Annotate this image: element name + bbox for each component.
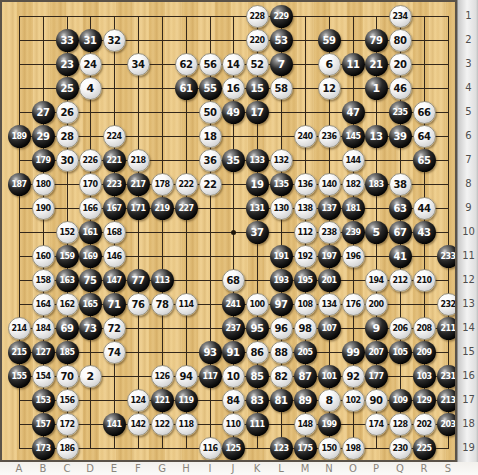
stone-127: 127 — [32, 341, 55, 364]
column-label-E: E — [104, 462, 124, 475]
stone-133: 133 — [246, 149, 269, 172]
column-label-J: J — [223, 462, 243, 475]
row-label-2: 2 — [458, 34, 478, 46]
stone-89: 89 — [294, 389, 317, 412]
stone-102: 102 — [342, 389, 365, 412]
stone-194: 194 — [365, 269, 388, 292]
stone-27: 27 — [32, 101, 55, 124]
stone-31: 31 — [79, 29, 102, 52]
grid-line-horizontal — [19, 16, 449, 17]
stone-24: 24 — [79, 53, 102, 76]
stone-62: 62 — [175, 53, 198, 76]
stone-157: 157 — [32, 413, 55, 436]
stone-145: 145 — [342, 125, 365, 148]
stone-8: 8 — [318, 389, 341, 412]
stone-189: 189 — [8, 125, 31, 148]
stone-49: 49 — [222, 101, 245, 124]
stone-176: 176 — [342, 293, 365, 316]
stone-200: 200 — [365, 293, 388, 316]
stone-66: 66 — [413, 101, 436, 124]
stone-230: 230 — [389, 437, 412, 460]
stone-224: 224 — [103, 125, 126, 148]
stone-174: 174 — [365, 413, 388, 436]
stone-170: 170 — [79, 173, 102, 196]
stone-44: 44 — [413, 197, 436, 220]
stone-96: 96 — [270, 317, 293, 340]
stone-125: 125 — [222, 437, 245, 460]
stone-212: 212 — [389, 269, 412, 292]
stone-190: 190 — [32, 197, 55, 220]
go-game-record: 2282292343331322205359798023243462561452… — [0, 0, 478, 475]
stone-22: 22 — [199, 173, 222, 196]
stone-83: 83 — [246, 389, 269, 412]
stone-235: 235 — [389, 101, 412, 124]
stone-63: 63 — [389, 197, 412, 220]
stone-76: 76 — [127, 293, 150, 316]
hoshi-point — [231, 230, 236, 235]
stone-155: 155 — [8, 365, 31, 388]
stone-68: 68 — [222, 269, 245, 292]
stone-69: 69 — [56, 317, 79, 340]
row-label-1: 1 — [458, 10, 478, 22]
stone-169: 169 — [79, 245, 102, 268]
stone-64: 64 — [413, 125, 436, 148]
stone-218: 218 — [127, 149, 150, 172]
stone-191: 191 — [270, 245, 293, 268]
stone-37: 37 — [246, 221, 269, 244]
stone-184: 184 — [32, 317, 55, 340]
stone-146: 146 — [103, 245, 126, 268]
stone-12: 12 — [318, 77, 341, 100]
stone-2: 2 — [79, 365, 102, 388]
stone-195: 195 — [294, 269, 317, 292]
stone-52: 52 — [246, 53, 269, 76]
column-label-M: M — [295, 462, 315, 475]
stone-14: 14 — [222, 53, 245, 76]
stone-90: 90 — [365, 389, 388, 412]
stone-162: 162 — [56, 293, 79, 316]
stone-192: 192 — [294, 245, 317, 268]
stone-141: 141 — [103, 413, 126, 436]
column-label-O: O — [343, 462, 363, 475]
stone-86: 86 — [246, 341, 269, 364]
stone-131: 131 — [246, 197, 269, 220]
stone-123: 123 — [270, 437, 293, 460]
stone-36: 36 — [199, 149, 222, 172]
stone-4: 4 — [79, 77, 102, 100]
stone-136: 136 — [294, 173, 317, 196]
stone-126: 126 — [151, 365, 174, 388]
stone-153: 153 — [32, 389, 55, 412]
stone-73: 73 — [79, 317, 102, 340]
stone-207: 207 — [365, 341, 388, 364]
stone-221: 221 — [103, 149, 126, 172]
stone-182: 182 — [342, 173, 365, 196]
stone-111: 111 — [246, 413, 269, 436]
stone-187: 187 — [8, 173, 31, 196]
stone-201: 201 — [318, 269, 341, 292]
stone-99: 99 — [342, 341, 365, 364]
stone-215: 215 — [8, 341, 31, 364]
stone-144: 144 — [342, 149, 365, 172]
column-label-L: L — [271, 462, 291, 475]
stone-19: 19 — [246, 173, 269, 196]
stone-177: 177 — [365, 365, 388, 388]
row-label-8: 8 — [458, 178, 478, 190]
stone-210: 210 — [413, 269, 436, 292]
stone-223: 223 — [103, 173, 126, 196]
stone-7: 7 — [270, 53, 293, 76]
row-label-4: 4 — [458, 82, 478, 94]
row-label-3: 3 — [458, 58, 478, 70]
stone-1: 1 — [365, 77, 388, 100]
stone-108: 108 — [294, 293, 317, 316]
stone-160: 160 — [32, 245, 55, 268]
column-label-F: F — [128, 462, 148, 475]
stone-222: 222 — [175, 173, 198, 196]
column-label-B: B — [33, 462, 53, 475]
stone-84: 84 — [222, 389, 245, 412]
stone-41: 41 — [389, 245, 412, 268]
column-label-S: S — [438, 462, 458, 475]
column-label-G: G — [152, 462, 172, 475]
stone-117: 117 — [199, 365, 222, 388]
stone-119: 119 — [175, 389, 198, 412]
stone-87: 87 — [294, 365, 317, 388]
stone-152: 152 — [56, 221, 79, 244]
stone-150: 150 — [318, 437, 341, 460]
row-label-19: 19 — [458, 442, 478, 454]
stone-74: 74 — [103, 341, 126, 364]
stone-180: 180 — [32, 173, 55, 196]
column-label-A: A — [9, 462, 29, 475]
stone-25: 25 — [56, 77, 79, 100]
stone-198: 198 — [342, 437, 365, 460]
stone-240: 240 — [294, 125, 317, 148]
stone-229: 229 — [270, 5, 293, 28]
row-labels: 12345678910111213141516171819 — [457, 0, 478, 462]
column-label-H: H — [176, 462, 196, 475]
row-label-14: 14 — [458, 322, 478, 334]
stone-165: 165 — [79, 293, 102, 316]
stone-47: 47 — [342, 101, 365, 124]
stone-88: 88 — [270, 341, 293, 364]
stone-18: 18 — [199, 125, 222, 148]
stone-98: 98 — [294, 317, 317, 340]
stone-217: 217 — [127, 173, 150, 196]
stone-61: 61 — [175, 77, 198, 100]
column-label-K: K — [247, 462, 267, 475]
stone-113: 113 — [151, 269, 174, 292]
stone-95: 95 — [246, 317, 269, 340]
stone-186: 186 — [56, 437, 79, 460]
column-label-R: R — [414, 462, 434, 475]
stone-205: 205 — [294, 341, 317, 364]
stone-140: 140 — [318, 173, 341, 196]
stone-53: 53 — [270, 29, 293, 52]
stone-81: 81 — [270, 389, 293, 412]
column-label-D: D — [80, 462, 100, 475]
stone-148: 148 — [294, 413, 317, 436]
stone-15: 15 — [246, 77, 269, 100]
column-label-C: C — [57, 462, 77, 475]
stone-10: 10 — [222, 365, 245, 388]
stone-80: 80 — [389, 29, 412, 52]
row-label-17: 17 — [458, 394, 478, 406]
stone-112: 112 — [294, 221, 317, 244]
stone-236: 236 — [318, 125, 341, 148]
stone-214: 214 — [8, 317, 31, 340]
stone-168: 168 — [103, 221, 126, 244]
stone-234: 234 — [389, 5, 412, 28]
stone-220: 220 — [246, 29, 269, 52]
stone-29: 29 — [32, 125, 55, 148]
stone-173: 173 — [32, 437, 55, 460]
stone-142: 142 — [127, 413, 150, 436]
column-label-N: N — [319, 462, 339, 475]
column-label-Q: Q — [390, 462, 410, 475]
stone-121: 121 — [151, 389, 174, 412]
stone-199: 199 — [318, 413, 341, 436]
stone-138: 138 — [294, 197, 317, 220]
stone-135: 135 — [270, 173, 293, 196]
stone-92: 92 — [342, 365, 365, 388]
stone-226: 226 — [79, 149, 102, 172]
column-label-I: I — [200, 462, 220, 475]
row-label-11: 11 — [458, 250, 478, 262]
stone-34: 34 — [127, 53, 150, 76]
stone-23: 23 — [56, 53, 79, 76]
stone-21: 21 — [365, 53, 388, 76]
row-label-13: 13 — [458, 298, 478, 310]
stone-171: 171 — [127, 197, 150, 220]
stone-32: 32 — [103, 29, 126, 52]
stone-225: 225 — [413, 437, 436, 460]
stone-118: 118 — [175, 413, 198, 436]
stone-209: 209 — [413, 341, 436, 364]
stone-197: 197 — [318, 245, 341, 268]
row-label-12: 12 — [458, 274, 478, 286]
stone-227: 227 — [175, 197, 198, 220]
stone-110: 110 — [222, 413, 245, 436]
stone-241: 241 — [222, 293, 245, 316]
stone-13: 13 — [365, 125, 388, 148]
stone-147: 147 — [103, 269, 126, 292]
stone-154: 154 — [32, 365, 55, 388]
stone-26: 26 — [56, 101, 79, 124]
stone-35: 35 — [222, 149, 245, 172]
stone-122: 122 — [151, 413, 174, 436]
stone-137: 137 — [318, 197, 341, 220]
stone-130: 130 — [270, 197, 293, 220]
stone-97: 97 — [270, 293, 293, 316]
stone-71: 71 — [103, 293, 126, 316]
stone-85: 85 — [246, 365, 269, 388]
stone-93: 93 — [199, 341, 222, 364]
stone-30: 30 — [56, 149, 79, 172]
stone-39: 39 — [389, 125, 412, 148]
stone-67: 67 — [389, 221, 412, 244]
stone-56: 56 — [199, 53, 222, 76]
stone-202: 202 — [413, 413, 436, 436]
stone-134: 134 — [318, 293, 341, 316]
column-label-P: P — [366, 462, 386, 475]
stone-100: 100 — [246, 293, 269, 316]
stone-65: 65 — [413, 149, 436, 172]
stone-179: 179 — [32, 149, 55, 172]
row-label-10: 10 — [458, 226, 478, 238]
stone-91: 91 — [222, 341, 245, 364]
stone-109: 109 — [389, 389, 412, 412]
row-label-15: 15 — [458, 346, 478, 358]
stone-5: 5 — [365, 221, 388, 244]
stone-11: 11 — [342, 53, 365, 76]
stone-6: 6 — [318, 53, 341, 76]
row-label-5: 5 — [458, 106, 478, 118]
stone-185: 185 — [56, 341, 79, 364]
stone-132: 132 — [270, 149, 293, 172]
stone-116: 116 — [199, 437, 222, 460]
stone-196: 196 — [342, 245, 365, 268]
stone-55: 55 — [199, 77, 222, 100]
stone-59: 59 — [318, 29, 341, 52]
stone-166: 166 — [79, 197, 102, 220]
row-label-7: 7 — [458, 154, 478, 166]
stone-178: 178 — [151, 173, 174, 196]
row-label-9: 9 — [458, 202, 478, 214]
stone-107: 107 — [318, 317, 341, 340]
stone-129: 129 — [413, 389, 436, 412]
stone-38: 38 — [389, 173, 412, 196]
stone-183: 183 — [365, 173, 388, 196]
stone-94: 94 — [175, 365, 198, 388]
stone-156: 156 — [56, 389, 79, 412]
stone-172: 172 — [56, 413, 79, 436]
stone-219: 219 — [151, 197, 174, 220]
stone-206: 206 — [389, 317, 412, 340]
column-labels: ABCDEFGHIJKLMNOPQRS — [0, 462, 478, 475]
stone-77: 77 — [127, 269, 150, 292]
stone-167: 167 — [103, 197, 126, 220]
stone-82: 82 — [270, 365, 293, 388]
stone-158: 158 — [32, 269, 55, 292]
row-label-16: 16 — [458, 370, 478, 382]
stone-193: 193 — [270, 269, 293, 292]
stone-238: 238 — [318, 221, 341, 244]
stone-43: 43 — [413, 221, 436, 244]
stone-70: 70 — [56, 365, 79, 388]
stone-20: 20 — [389, 53, 412, 76]
stone-237: 237 — [222, 317, 245, 340]
stone-114: 114 — [175, 293, 198, 316]
stone-17: 17 — [246, 101, 269, 124]
stone-128: 128 — [389, 413, 412, 436]
stone-105: 105 — [389, 341, 412, 364]
stone-163: 163 — [56, 269, 79, 292]
go-board[interactable]: 2282292343331322205359798023243462561452… — [0, 0, 457, 462]
stone-175: 175 — [294, 437, 317, 460]
stone-72: 72 — [103, 317, 126, 340]
row-label-18: 18 — [458, 418, 478, 430]
stone-101: 101 — [318, 365, 341, 388]
stone-208: 208 — [413, 317, 436, 340]
stone-9: 9 — [365, 317, 388, 340]
stone-164: 164 — [32, 293, 55, 316]
stone-159: 159 — [56, 245, 79, 268]
stone-33: 33 — [56, 29, 79, 52]
stone-78: 78 — [151, 293, 174, 316]
row-label-6: 6 — [458, 130, 478, 142]
stone-124: 124 — [127, 389, 150, 412]
stone-28: 28 — [56, 125, 79, 148]
stone-50: 50 — [199, 101, 222, 124]
stone-181: 181 — [342, 197, 365, 220]
stone-75: 75 — [79, 269, 102, 292]
stone-228: 228 — [246, 5, 269, 28]
stone-79: 79 — [365, 29, 388, 52]
stone-239: 239 — [342, 221, 365, 244]
stone-46: 46 — [389, 77, 412, 100]
stone-103: 103 — [413, 365, 436, 388]
stone-161: 161 — [79, 221, 102, 244]
stone-58: 58 — [270, 77, 293, 100]
stone-16: 16 — [222, 77, 245, 100]
